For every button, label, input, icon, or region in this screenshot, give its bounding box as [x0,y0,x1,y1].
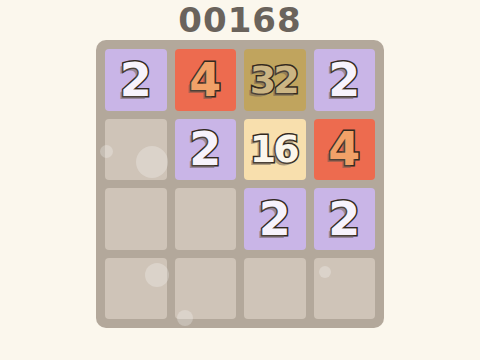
tile-4-r0-c1: 4 [175,49,237,111]
tile-16-r1-c2: 16 [244,119,306,181]
tile-32-r0-c2: 32 [244,49,306,111]
tile-2-r1-c1: 2 [175,119,237,181]
board[interactable]: 2 4 32 2 2 16 4 2 2 [96,40,384,328]
cell-r1-c0 [105,119,167,181]
tile-2-r0-c0: 2 [105,49,167,111]
game-screen: 00168 2 4 32 2 2 16 4 2 2 [0,0,480,360]
tile-2-r2-c3: 2 [314,188,376,250]
cell-r3-c0 [105,258,167,320]
score-display: 00168 [178,0,301,40]
cell-r3-c2 [244,258,306,320]
tile-2-r2-c2: 2 [244,188,306,250]
score-bar: 00168 [0,0,480,40]
cell-r3-c1 [175,258,237,320]
cell-r2-c0 [105,188,167,250]
tile-4-r1-c3: 4 [314,119,376,181]
cell-r2-c1 [175,188,237,250]
tile-2-r0-c3: 2 [314,49,376,111]
cell-r3-c3 [314,258,376,320]
